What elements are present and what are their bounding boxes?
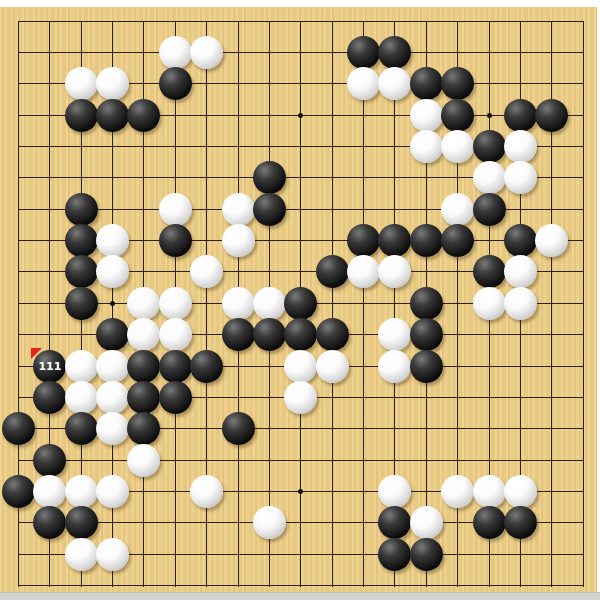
white-stone <box>378 255 411 288</box>
black-stone <box>378 224 411 257</box>
grid-line-vertical <box>363 21 364 587</box>
black-stone <box>65 287 98 320</box>
black-stone <box>33 444 66 477</box>
black-stone <box>504 224 537 257</box>
white-stone <box>159 318 192 351</box>
black-stone <box>473 193 506 226</box>
white-stone <box>504 161 537 194</box>
black-stone <box>253 161 286 194</box>
black-stone <box>127 381 160 414</box>
white-stone <box>347 255 380 288</box>
bottom-scrollbar[interactable] <box>0 592 600 600</box>
white-stone <box>65 538 98 571</box>
black-stone <box>159 67 192 100</box>
black-stone <box>378 36 411 69</box>
grid-line-horizontal <box>19 52 585 53</box>
black-stone <box>504 506 537 539</box>
black-stone <box>65 224 98 257</box>
white-stone <box>378 318 411 351</box>
white-stone <box>96 224 129 257</box>
black-stone <box>378 506 411 539</box>
white-stone <box>65 67 98 100</box>
white-stone <box>441 193 474 226</box>
white-stone <box>284 381 317 414</box>
white-stone <box>96 67 129 100</box>
grid-line-horizontal <box>19 460 585 461</box>
black-stone <box>284 318 317 351</box>
grid-line-vertical <box>332 21 333 587</box>
black-stone <box>535 99 568 132</box>
white-stone <box>159 193 192 226</box>
black-stone <box>159 350 192 383</box>
white-stone <box>316 350 349 383</box>
black-stone <box>473 255 506 288</box>
black-stone <box>96 318 129 351</box>
white-stone <box>441 475 474 508</box>
white-stone <box>222 287 255 320</box>
white-stone <box>96 475 129 508</box>
black-stone <box>253 193 286 226</box>
star-point <box>110 301 115 306</box>
white-stone <box>96 255 129 288</box>
black-stone <box>316 255 349 288</box>
white-stone <box>378 67 411 100</box>
black-stone <box>33 506 66 539</box>
black-stone <box>65 255 98 288</box>
white-stone <box>96 538 129 571</box>
white-stone <box>127 287 160 320</box>
star-point <box>487 113 492 118</box>
black-stone <box>65 99 98 132</box>
white-stone <box>441 130 474 163</box>
black-stone <box>190 350 223 383</box>
black-stone <box>473 130 506 163</box>
black-stone <box>159 381 192 414</box>
black-stone <box>127 350 160 383</box>
black-stone <box>504 99 537 132</box>
grid-line-horizontal <box>19 585 585 586</box>
black-stone <box>159 224 192 257</box>
white-stone <box>378 350 411 383</box>
black-stone <box>441 224 474 257</box>
black-stone <box>127 412 160 445</box>
black-stone <box>410 67 443 100</box>
go-board[interactable]: 111 <box>0 7 597 592</box>
white-stone <box>222 224 255 257</box>
white-stone <box>65 350 98 383</box>
grid-line-vertical <box>583 21 584 587</box>
white-stone <box>253 506 286 539</box>
black-stone <box>33 381 66 414</box>
grid-line-horizontal <box>19 21 585 22</box>
black-stone <box>316 318 349 351</box>
white-stone <box>410 99 443 132</box>
star-point <box>298 113 303 118</box>
black-stone <box>253 318 286 351</box>
white-stone <box>504 130 537 163</box>
white-stone <box>190 36 223 69</box>
black-stone <box>410 538 443 571</box>
white-stone <box>190 255 223 288</box>
black-stone <box>65 412 98 445</box>
white-stone <box>504 255 537 288</box>
white-stone <box>96 350 129 383</box>
white-stone <box>253 287 286 320</box>
white-stone <box>96 381 129 414</box>
black-stone <box>222 318 255 351</box>
black-stone <box>2 412 35 445</box>
white-stone <box>410 506 443 539</box>
black-stone <box>65 506 98 539</box>
white-stone <box>222 193 255 226</box>
move-number-label: 111 <box>33 350 66 383</box>
black-stone <box>410 350 443 383</box>
white-stone <box>190 475 223 508</box>
white-stone <box>473 475 506 508</box>
black-stone <box>347 224 380 257</box>
black-stone <box>410 287 443 320</box>
white-stone <box>159 36 192 69</box>
white-stone <box>96 412 129 445</box>
black-stone <box>222 412 255 445</box>
white-stone <box>473 287 506 320</box>
white-stone <box>535 224 568 257</box>
black-stone <box>473 506 506 539</box>
white-stone <box>504 475 537 508</box>
black-stone <box>96 99 129 132</box>
star-point <box>298 489 303 494</box>
white-stone <box>473 161 506 194</box>
black-stone <box>410 318 443 351</box>
black-stone <box>378 538 411 571</box>
black-stone <box>65 193 98 226</box>
white-stone <box>127 318 160 351</box>
black-stone <box>127 99 160 132</box>
black-stone <box>441 99 474 132</box>
white-stone <box>284 350 317 383</box>
white-stone <box>65 381 98 414</box>
black-stone <box>410 224 443 257</box>
white-stone <box>127 444 160 477</box>
black-stone <box>2 475 35 508</box>
white-stone <box>504 287 537 320</box>
white-stone <box>33 475 66 508</box>
white-stone <box>159 287 192 320</box>
white-stone <box>65 475 98 508</box>
black-stone <box>284 287 317 320</box>
white-stone <box>378 475 411 508</box>
white-stone <box>347 67 380 100</box>
black-stone <box>347 36 380 69</box>
black-stone <box>441 67 474 100</box>
white-stone <box>410 130 443 163</box>
